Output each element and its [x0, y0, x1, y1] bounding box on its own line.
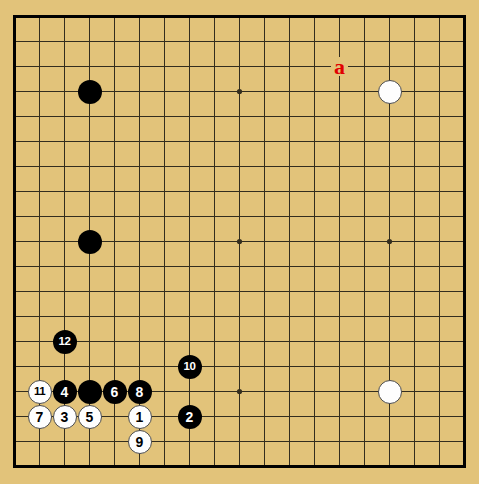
move-5-stone-D3: 5	[78, 405, 102, 429]
move-7-stone-B3: 7	[28, 405, 52, 429]
move-6-stone-E4: 6	[103, 380, 127, 404]
go-diagram: 123456789101112a	[0, 0, 479, 484]
stone-Q4	[378, 380, 402, 404]
stone-D10	[78, 230, 102, 254]
move-4-stone-C4: 4	[53, 380, 77, 404]
move-1-stone-F3: 1	[128, 405, 152, 429]
move-12-stone-C6: 12	[53, 330, 77, 354]
stone-Q16	[378, 80, 402, 104]
move-8-stone-F4: 8	[128, 380, 152, 404]
move-11-stone-B4: 11	[28, 380, 52, 404]
stone-D4	[78, 380, 102, 404]
point-label-a-O17: a	[331, 57, 348, 76]
move-3-stone-C3: 3	[53, 405, 77, 429]
move-10-stone-H5: 10	[178, 355, 202, 379]
move-9-stone-F2: 9	[128, 430, 152, 454]
board-intersections-layer[interactable]: 123456789101112a	[2, 4, 477, 479]
stone-D16	[78, 80, 102, 104]
move-2-stone-H3: 2	[178, 405, 202, 429]
